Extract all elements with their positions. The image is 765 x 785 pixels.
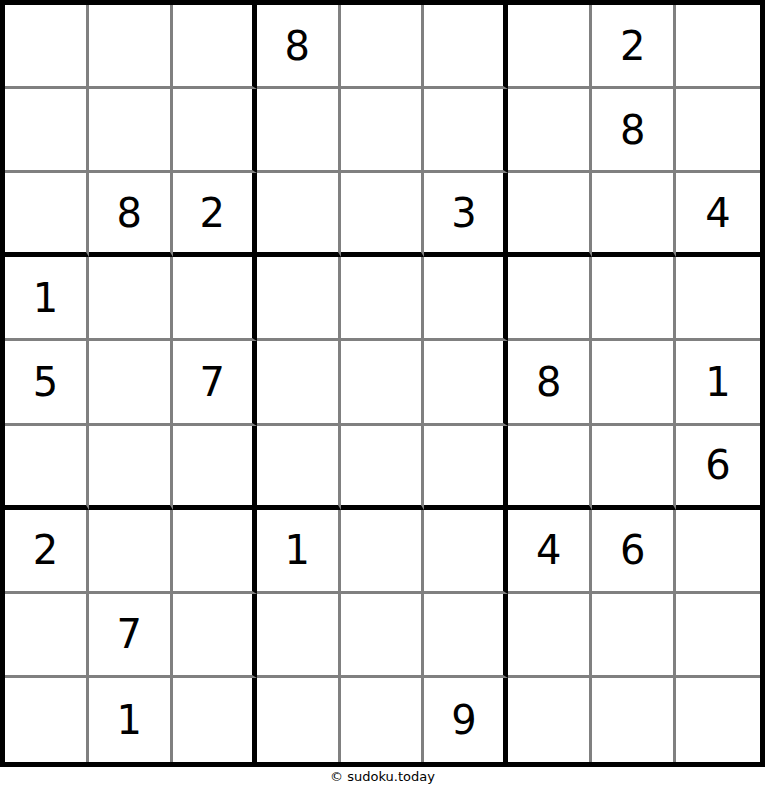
cell-r2c2[interactable]	[89, 89, 173, 173]
cell-r9c3[interactable]	[173, 678, 257, 762]
site-credit-label: © sudoku.today	[330, 769, 435, 784]
cell-r7c2[interactable]	[89, 510, 173, 594]
cell-r9c7[interactable]	[508, 678, 592, 762]
cell-r8c5[interactable]	[341, 594, 425, 678]
cell-r9c8[interactable]	[592, 678, 676, 762]
cell-r1c1[interactable]	[5, 5, 89, 89]
cell-r5c2[interactable]	[89, 341, 173, 425]
cell-r6c4[interactable]	[257, 426, 341, 510]
cell-r7c8[interactable]: 6	[592, 510, 676, 594]
cell-r5c3[interactable]: 7	[173, 341, 257, 425]
sudoku-grid: 82882341578162146719	[0, 0, 765, 767]
cell-r3c8[interactable]	[592, 173, 676, 257]
cell-r8c2[interactable]: 7	[89, 594, 173, 678]
site-credit: © sudoku.today	[0, 767, 765, 785]
cell-r3c3[interactable]: 2	[173, 173, 257, 257]
cell-r5c7[interactable]: 8	[508, 341, 592, 425]
cell-r4c8[interactable]	[592, 257, 676, 341]
cell-r9c1[interactable]	[5, 678, 89, 762]
cell-r6c2[interactable]	[89, 426, 173, 510]
cell-r6c5[interactable]	[341, 426, 425, 510]
cell-r8c9[interactable]	[676, 594, 760, 678]
cell-r2c8[interactable]: 8	[592, 89, 676, 173]
cell-r1c6[interactable]	[424, 5, 508, 89]
cell-r8c1[interactable]	[5, 594, 89, 678]
cell-r6c8[interactable]	[592, 426, 676, 510]
cell-r5c5[interactable]	[341, 341, 425, 425]
cell-r6c1[interactable]	[5, 426, 89, 510]
cell-r1c8[interactable]: 2	[592, 5, 676, 89]
cell-r8c4[interactable]	[257, 594, 341, 678]
cell-r1c3[interactable]	[173, 5, 257, 89]
cell-r4c9[interactable]	[676, 257, 760, 341]
cell-r7c1[interactable]: 2	[5, 510, 89, 594]
cell-r3c6[interactable]: 3	[424, 173, 508, 257]
cell-r8c8[interactable]	[592, 594, 676, 678]
cell-r8c3[interactable]	[173, 594, 257, 678]
cell-r4c5[interactable]	[341, 257, 425, 341]
cell-r2c3[interactable]	[173, 89, 257, 173]
cell-r9c4[interactable]	[257, 678, 341, 762]
cell-r9c9[interactable]	[676, 678, 760, 762]
cell-r6c9[interactable]: 6	[676, 426, 760, 510]
cell-r3c5[interactable]	[341, 173, 425, 257]
cell-r7c9[interactable]	[676, 510, 760, 594]
cell-r3c1[interactable]	[5, 173, 89, 257]
cell-r3c9[interactable]: 4	[676, 173, 760, 257]
cell-r2c4[interactable]	[257, 89, 341, 173]
cell-r9c2[interactable]: 1	[89, 678, 173, 762]
cell-r6c6[interactable]	[424, 426, 508, 510]
cell-r1c7[interactable]	[508, 5, 592, 89]
cell-r3c2[interactable]: 8	[89, 173, 173, 257]
cell-r4c1[interactable]: 1	[5, 257, 89, 341]
cell-r9c6[interactable]: 9	[424, 678, 508, 762]
cell-r1c2[interactable]	[89, 5, 173, 89]
cell-r5c4[interactable]	[257, 341, 341, 425]
cell-r4c2[interactable]	[89, 257, 173, 341]
cell-r2c1[interactable]	[5, 89, 89, 173]
cell-r8c7[interactable]	[508, 594, 592, 678]
cell-r1c4[interactable]: 8	[257, 5, 341, 89]
cell-r8c6[interactable]	[424, 594, 508, 678]
cell-r6c3[interactable]	[173, 426, 257, 510]
cell-r1c9[interactable]	[676, 5, 760, 89]
cell-r2c9[interactable]	[676, 89, 760, 173]
cell-r7c5[interactable]	[341, 510, 425, 594]
cell-r7c3[interactable]	[173, 510, 257, 594]
cell-r2c6[interactable]	[424, 89, 508, 173]
cell-r3c4[interactable]	[257, 173, 341, 257]
cell-r5c6[interactable]	[424, 341, 508, 425]
cell-r3c7[interactable]	[508, 173, 592, 257]
cell-r2c5[interactable]	[341, 89, 425, 173]
cell-r2c7[interactable]	[508, 89, 592, 173]
cell-r7c6[interactable]	[424, 510, 508, 594]
cell-r7c4[interactable]: 1	[257, 510, 341, 594]
cell-r4c7[interactable]	[508, 257, 592, 341]
cell-r9c5[interactable]	[341, 678, 425, 762]
cell-r4c3[interactable]	[173, 257, 257, 341]
cell-r1c5[interactable]	[341, 5, 425, 89]
cell-r6c7[interactable]	[508, 426, 592, 510]
cell-r5c8[interactable]	[592, 341, 676, 425]
cell-r5c9[interactable]: 1	[676, 341, 760, 425]
cell-r7c7[interactable]: 4	[508, 510, 592, 594]
cell-r5c1[interactable]: 5	[5, 341, 89, 425]
cell-r4c4[interactable]	[257, 257, 341, 341]
cell-r4c6[interactable]	[424, 257, 508, 341]
